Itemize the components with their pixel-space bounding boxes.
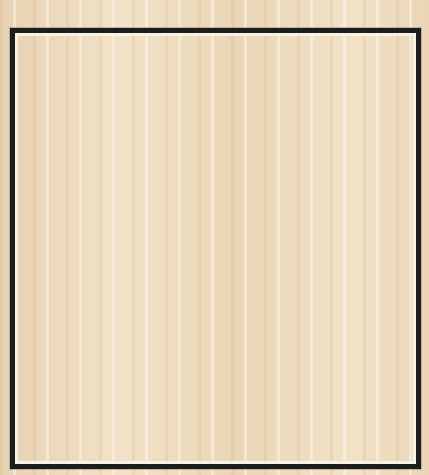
board-grid[interactable] bbox=[0, 0, 429, 475]
xiangqi-app-window bbox=[0, 0, 429, 475]
